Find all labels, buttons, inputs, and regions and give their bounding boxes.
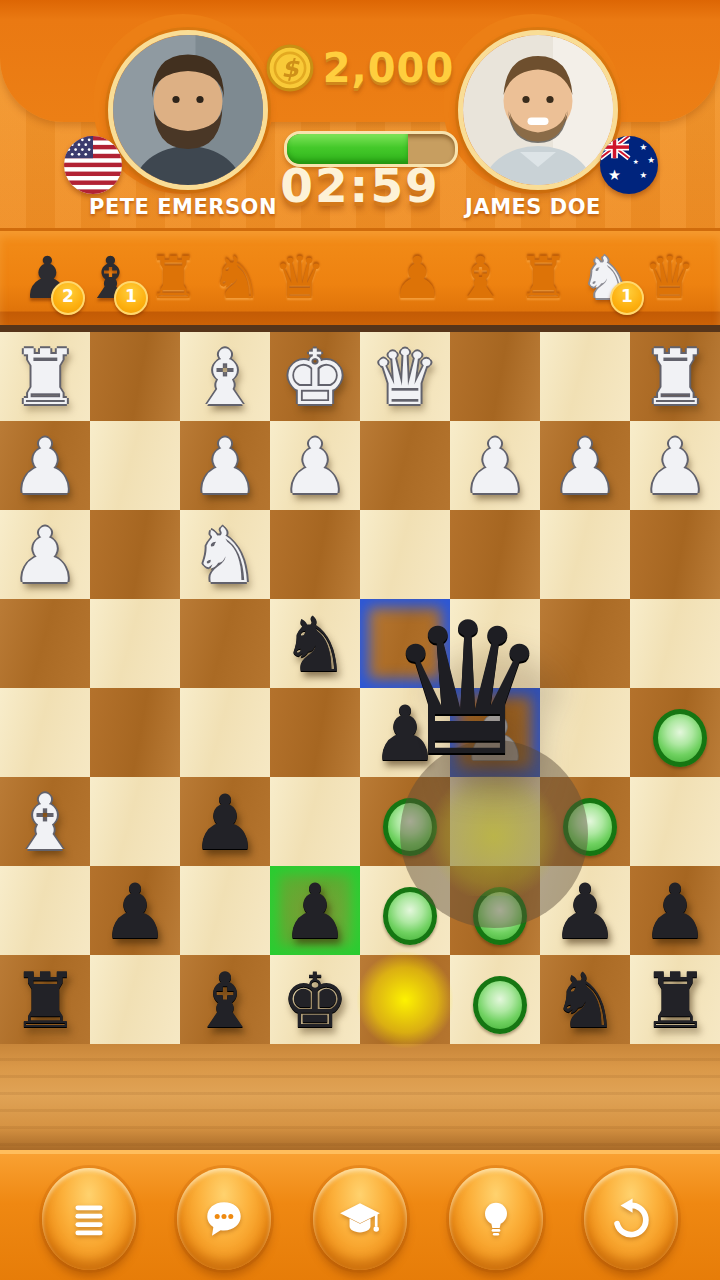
square-g6[interactable] — [90, 777, 180, 866]
lightbulb-icon — [473, 1196, 519, 1242]
square-h4[interactable] — [0, 599, 90, 688]
chat-button[interactable] — [177, 1168, 271, 1270]
svg-text:★: ★ — [640, 170, 648, 180]
black-king-e8: ♚ — [270, 955, 360, 1044]
svg-text:★: ★ — [633, 158, 639, 166]
legal-move-dot[interactable] — [653, 709, 707, 767]
right-player-name: JAMES DOE — [373, 195, 693, 219]
legal-move-dot[interactable] — [473, 976, 527, 1034]
square-b2[interactable]: ♟ — [540, 421, 630, 510]
captured-by-right-player: ♟♝♜♞1♛ — [386, 239, 701, 317]
black-bishop-f8: ♝ — [180, 955, 270, 1044]
square-e7[interactable]: ♟ — [270, 866, 360, 955]
black-knight-e4: ♞ — [270, 599, 360, 688]
captured-slot-white-knight: ♞1 — [575, 239, 638, 317]
captured-by-left-player: ♟2♝1♜♞♛ — [16, 239, 331, 317]
square-f4[interactable] — [180, 599, 270, 688]
captured-slot-bishop-slot: ♝ — [449, 239, 512, 317]
avatar-right — [458, 30, 618, 190]
square-e1[interactable]: ♚ — [270, 332, 360, 421]
captured-pieces-tray: ♟2♝1♜♞♛ ♟♝♜♞1♛ — [0, 228, 720, 328]
white-rook-a1: ♜ — [630, 332, 720, 421]
australia-flag: ★★★★★ — [600, 136, 658, 194]
square-g7[interactable]: ♟ — [90, 866, 180, 955]
black-pawn-f6: ♟ — [180, 777, 270, 866]
square-e3[interactable] — [270, 510, 360, 599]
square-h3[interactable]: ♟ — [0, 510, 90, 599]
square-e8[interactable]: ♚ — [270, 955, 360, 1044]
square-e5[interactable] — [270, 688, 360, 777]
square-e2[interactable]: ♟ — [270, 421, 360, 510]
square-g8[interactable] — [90, 955, 180, 1044]
square-c8[interactable] — [450, 955, 540, 1044]
white-bishop-h6: ♝ — [0, 777, 90, 866]
captured-slot-black-bishop: ♝1 — [79, 239, 142, 317]
dragged-black-queen[interactable]: ♛ — [365, 592, 570, 787]
square-d1[interactable]: ♛ — [360, 332, 450, 421]
square-b8[interactable]: ♞ — [540, 955, 630, 1044]
black-pawn-a7: ♟ — [630, 866, 720, 955]
captured-slot-knight-slot: ♞ — [205, 239, 268, 317]
captured-slot-rook-slot: ♜ — [142, 239, 205, 317]
square-f5[interactable] — [180, 688, 270, 777]
white-bishop-f1: ♝ — [180, 332, 270, 421]
square-c1[interactable] — [450, 332, 540, 421]
captured-slot-queen-slot: ♛ — [638, 239, 701, 317]
black-rook-a8: ♜ — [630, 955, 720, 1044]
menu-button[interactable] — [42, 1168, 136, 1270]
square-f7[interactable] — [180, 866, 270, 955]
square-g4[interactable] — [90, 599, 180, 688]
queen-slot-glyph: ♛ — [644, 244, 696, 312]
us-flag — [64, 136, 122, 194]
square-d2[interactable] — [360, 421, 450, 510]
square-h5[interactable] — [0, 688, 90, 777]
bishop-slot-glyph: ♝ — [455, 244, 507, 312]
svg-text:★: ★ — [647, 155, 655, 165]
square-e4[interactable]: ♞ — [270, 599, 360, 688]
rook-slot-glyph: ♜ — [148, 244, 200, 312]
square-b1[interactable] — [540, 332, 630, 421]
captured-slot-queen-slot: ♛ — [268, 239, 331, 317]
board-top-edge — [0, 325, 720, 332]
rook-slot-glyph: ♜ — [518, 244, 570, 312]
hint-glow — [357, 952, 453, 1048]
coin-balance: $ 2,000 — [258, 44, 462, 92]
bottom-toolbar — [0, 1150, 720, 1280]
square-c2[interactable]: ♟ — [450, 421, 540, 510]
coin-amount: 2,000 — [323, 45, 455, 91]
white-pawn-f2: ♟ — [180, 421, 270, 510]
game-screen: ★★★★★ $ 2,000 02:59 PETE EMERSON JAMES D… — [0, 0, 720, 1280]
square-g5[interactable] — [90, 688, 180, 777]
svg-text:★: ★ — [608, 167, 621, 183]
square-f6[interactable]: ♟ — [180, 777, 270, 866]
white-pawn-a2: ♟ — [630, 421, 720, 510]
square-h8[interactable]: ♜ — [0, 955, 90, 1044]
square-h7[interactable] — [0, 866, 90, 955]
white-queen-d1: ♛ — [360, 332, 450, 421]
left-player-name: PETE EMERSON — [23, 195, 343, 219]
captured-slot-pawn-slot: ♟ — [386, 239, 449, 317]
wood-strip — [0, 1044, 720, 1150]
square-a4[interactable] — [630, 599, 720, 688]
pawn-slot-glyph: ♟ — [392, 244, 444, 312]
captured-slot-rook-slot: ♜ — [512, 239, 575, 317]
square-a8[interactable]: ♜ — [630, 955, 720, 1044]
square-a7[interactable]: ♟ — [630, 866, 720, 955]
square-h1[interactable]: ♜ — [0, 332, 90, 421]
white-rook-h1: ♜ — [0, 332, 90, 421]
chat-bubble-icon — [201, 1196, 247, 1242]
white-knight-f3: ♞ — [180, 510, 270, 599]
square-g1[interactable] — [90, 332, 180, 421]
white-pawn-c2: ♟ — [450, 421, 540, 510]
queen-slot-glyph: ♛ — [274, 244, 326, 312]
knight-slot-glyph: ♞ — [211, 244, 263, 312]
square-a3[interactable] — [630, 510, 720, 599]
square-a2[interactable]: ♟ — [630, 421, 720, 510]
square-h2[interactable]: ♟ — [0, 421, 90, 510]
white-pawn-b2: ♟ — [540, 421, 630, 510]
black-rook-h8: ♜ — [0, 955, 90, 1044]
square-g3[interactable] — [90, 510, 180, 599]
captured-slot-black-pawn: ♟2 — [16, 239, 79, 317]
hamburger-icon — [66, 1196, 112, 1242]
square-h6[interactable]: ♝ — [0, 777, 90, 866]
board: ♜♝♚♛♜♟♟♟♟♟♟♟♞♞♟♟♝♟♟♟♟♟♜♝♚♞♜ — [0, 332, 720, 1044]
black-pawn-g7: ♟ — [90, 866, 180, 955]
coin-icon: $ — [266, 44, 314, 92]
square-g2[interactable] — [90, 421, 180, 510]
white-pawn-h3: ♟ — [0, 510, 90, 599]
square-f8[interactable]: ♝ — [180, 955, 270, 1044]
square-a6[interactable] — [630, 777, 720, 866]
square-e6[interactable] — [270, 777, 360, 866]
white-pawn-e2: ♟ — [270, 421, 360, 510]
black-knight-b8: ♞ — [540, 955, 630, 1044]
square-a5[interactable] — [630, 688, 720, 777]
black-pawn-e7: ♟ — [270, 866, 360, 955]
hint-button[interactable] — [449, 1168, 543, 1270]
undo-button[interactable] — [584, 1168, 678, 1270]
square-f3[interactable]: ♞ — [180, 510, 270, 599]
avatar-left — [108, 30, 268, 190]
svg-text:★: ★ — [640, 142, 648, 152]
square-f2[interactable]: ♟ — [180, 421, 270, 510]
square-f1[interactable]: ♝ — [180, 332, 270, 421]
square-a1[interactable]: ♜ — [630, 332, 720, 421]
white-king-e1: ♚ — [270, 332, 360, 421]
square-b3[interactable] — [540, 510, 630, 599]
graduation-cap-icon — [337, 1196, 383, 1242]
square-d8[interactable] — [360, 955, 450, 1044]
undo-arrow-icon — [608, 1196, 654, 1242]
learn-button[interactable] — [313, 1168, 407, 1270]
svg-text:$: $ — [281, 54, 300, 83]
white-pawn-h2: ♟ — [0, 421, 90, 510]
